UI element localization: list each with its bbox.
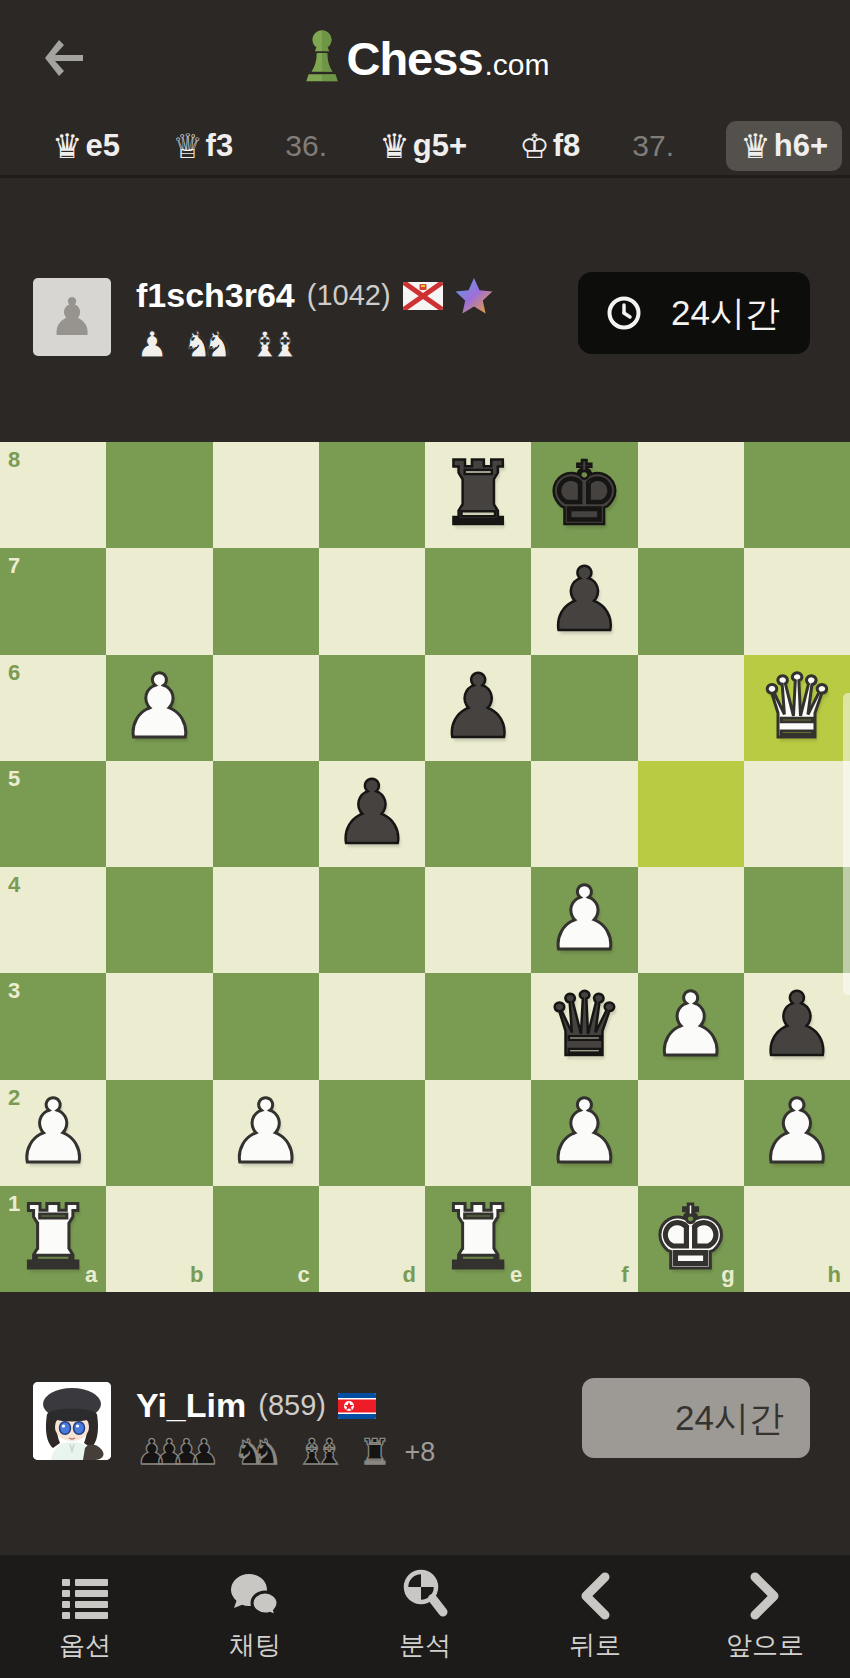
opponent-time-remaining: 24시간 — [671, 290, 780, 337]
chevron-right-icon — [748, 1570, 782, 1620]
premium-star-icon — [455, 277, 493, 315]
chat-bubbles-icon — [229, 1570, 281, 1620]
square-c6[interactable] — [213, 655, 319, 761]
piece-black-pawn[interactable]: ♟ — [425, 655, 531, 759]
black-piece-icon: ♕ — [172, 126, 202, 166]
captured-knight-x2: ♞♞ — [182, 324, 235, 366]
rank-label-4: 4 — [8, 872, 20, 898]
nav-forward-button[interactable]: 앞으로 — [680, 1555, 850, 1678]
move-list-bar: ♛e5♕f336.♛g5+♔f837.♛h6+ — [0, 116, 850, 178]
square-g6[interactable] — [638, 655, 744, 761]
square-h5[interactable] — [744, 761, 850, 867]
square-e1[interactable]: e♜ — [425, 1186, 531, 1292]
move-san: e5 — [85, 128, 119, 164]
captured-pawn-x1: ♟ — [136, 324, 168, 366]
rank-label-1: 1 — [8, 1191, 20, 1217]
square-g2[interactable] — [638, 1080, 744, 1186]
square-c8[interactable] — [213, 442, 319, 548]
logo-text-chess: Chess — [346, 31, 482, 86]
nav-options-button[interactable]: 옵션 — [0, 1555, 170, 1678]
pawn-avatar-icon: ♟ — [49, 278, 96, 356]
opponent-avatar[interactable]: ♟ — [33, 278, 111, 356]
jersey-flag-icon — [403, 282, 443, 310]
square-h8[interactable] — [744, 442, 850, 548]
square-a5[interactable]: 5 — [0, 761, 106, 867]
nav-analysis-button[interactable]: 분석 — [340, 1555, 510, 1678]
piece-white-pawn[interactable]: ♟ — [213, 1080, 319, 1184]
square-b5[interactable] — [106, 761, 212, 867]
square-c5[interactable] — [213, 761, 319, 867]
square-b1[interactable]: b — [106, 1186, 212, 1292]
square-d6[interactable] — [319, 655, 425, 761]
move-g5check[interactable]: ♛g5+ — [379, 126, 467, 166]
rank-label-5: 5 — [8, 766, 20, 792]
opponent-captured-pieces: ♟♞♞♝♝ — [136, 324, 301, 366]
chess-board: 8♜♚7♟6♟♟♛5♟4♟3♛♟♟2♟♟♟♟1a♜bcde♜fg♚h — [0, 442, 850, 1292]
bottom-navigation: 옵션 채팅 분석 뒤로 — [0, 1555, 850, 1678]
piece-white-pawn[interactable]: ♟ — [638, 973, 744, 1077]
square-a4[interactable]: 4 — [0, 867, 106, 973]
file-label-b: b — [190, 1262, 203, 1288]
clock-icon — [606, 295, 642, 331]
captured-pawn-x4: ♟♟♟♟ — [136, 1432, 220, 1472]
square-e5[interactable] — [425, 761, 531, 867]
square-d8[interactable] — [319, 442, 425, 548]
white-piece-icon: ♛ — [52, 126, 82, 166]
square-b2[interactable] — [106, 1080, 212, 1186]
opponent-rating: (1042) — [307, 279, 391, 312]
square-f4[interactable]: ♟ — [531, 867, 637, 973]
square-f2[interactable]: ♟ — [531, 1080, 637, 1186]
square-h4[interactable] — [744, 867, 850, 973]
player-rating: (859) — [258, 1389, 326, 1422]
square-c1[interactable]: c — [213, 1186, 319, 1292]
piece-black-pawn[interactable]: ♟ — [744, 973, 850, 1077]
white-piece-icon: ♛ — [379, 126, 409, 166]
square-c7[interactable] — [213, 548, 319, 654]
square-a8[interactable]: 8 — [0, 442, 106, 548]
black-piece-icon: ♔ — [519, 126, 549, 166]
piece-black-pawn[interactable]: ♟ — [531, 548, 637, 652]
nav-analysis-label: 분석 — [399, 1628, 451, 1663]
opponent-timer: 24시간 — [578, 272, 810, 354]
analysis-magnifier-icon — [400, 1570, 450, 1620]
square-f7[interactable]: ♟ — [531, 548, 637, 654]
square-d4[interactable] — [319, 867, 425, 973]
move-e5[interactable]: ♛e5 — [52, 126, 120, 166]
captured-knight-x2: ♞♞ — [234, 1432, 283, 1472]
piece-white-queen[interactable]: ♛ — [744, 655, 850, 759]
piece-white-pawn[interactable]: ♟ — [531, 1080, 637, 1184]
move-san: f8 — [553, 128, 581, 164]
file-label-a: a — [85, 1262, 97, 1288]
square-b7[interactable] — [106, 548, 212, 654]
app-header: Chess .com — [0, 0, 850, 116]
piece-black-pawn[interactable]: ♟ — [319, 761, 425, 865]
scrollbar-thumb[interactable] — [843, 693, 850, 995]
square-a6[interactable]: 6 — [0, 655, 106, 761]
rank-label-8: 8 — [8, 447, 20, 473]
square-a7[interactable]: 7 — [0, 548, 106, 654]
square-h3[interactable]: ♟ — [744, 973, 850, 1079]
chevron-left-icon — [578, 1570, 612, 1620]
square-a3[interactable]: 3 — [0, 973, 106, 1079]
square-g1[interactable]: g♚ — [638, 1186, 744, 1292]
move-f3[interactable]: ♕f3 — [172, 126, 233, 166]
move-san: f3 — [206, 128, 234, 164]
square-g3[interactable]: ♟ — [638, 973, 744, 1079]
opponent-player-block: ♟ f1sch3r64 (1042) ♟♞♞♝♝ — [0, 240, 850, 420]
captured-bishop-x2: ♝♝ — [249, 324, 302, 366]
square-h7[interactable] — [744, 548, 850, 654]
square-a1[interactable]: 1a♜ — [0, 1186, 106, 1292]
square-e2[interactable] — [425, 1080, 531, 1186]
piece-black-rook[interactable]: ♜ — [425, 442, 531, 546]
file-label-h: h — [828, 1262, 841, 1288]
square-g8[interactable] — [638, 442, 744, 548]
square-f3[interactable]: ♛ — [531, 973, 637, 1079]
square-h2[interactable]: ♟ — [744, 1080, 850, 1186]
square-a2[interactable]: 2♟ — [0, 1080, 106, 1186]
piece-white-pawn[interactable]: ♟ — [531, 867, 637, 971]
square-g7[interactable] — [638, 548, 744, 654]
move-san: g5+ — [413, 128, 467, 164]
player-captured-pieces: ♟♟♟♟♞♞♝♝♜+8 — [136, 1432, 435, 1472]
file-label-g: g — [721, 1262, 734, 1288]
nav-back-label: 뒤로 — [569, 1628, 621, 1663]
player-time-remaining: 24시간 — [675, 1395, 784, 1442]
move-number: 36. — [285, 129, 327, 163]
player-avatar[interactable] — [33, 1382, 111, 1460]
nav-back-button[interactable]: 뒤로 — [510, 1555, 680, 1678]
piece-black-queen[interactable]: ♛ — [531, 973, 637, 1077]
square-b6[interactable]: ♟ — [106, 655, 212, 761]
nav-chat-button[interactable]: 채팅 — [170, 1555, 340, 1678]
square-f5[interactable] — [531, 761, 637, 867]
move-f8[interactable]: ♔f8 — [519, 126, 580, 166]
square-g5[interactable] — [638, 761, 744, 867]
square-e3[interactable] — [425, 973, 531, 1079]
nav-forward-label: 앞으로 — [726, 1628, 804, 1663]
move-san: h6+ — [774, 128, 828, 164]
move-h6check[interactable]: ♛h6+ — [726, 121, 842, 171]
opponent-username[interactable]: f1sch3r64 — [136, 276, 295, 315]
file-label-c: c — [298, 1262, 310, 1288]
logo-text-domain: .com — [485, 48, 550, 82]
square-f8[interactable]: ♚ — [531, 442, 637, 548]
material-advantage: +8 — [404, 1437, 435, 1472]
square-d2[interactable] — [319, 1080, 425, 1186]
north-korea-flag-icon — [338, 1393, 376, 1419]
square-d5[interactable]: ♟ — [319, 761, 425, 867]
nav-chat-label: 채팅 — [229, 1628, 281, 1663]
square-e6[interactable]: ♟ — [425, 655, 531, 761]
pawn-logo-icon — [300, 26, 344, 84]
rank-label-2: 2 — [8, 1085, 20, 1111]
rank-label-7: 7 — [8, 553, 20, 579]
square-d7[interactable] — [319, 548, 425, 654]
square-c3[interactable] — [213, 973, 319, 1079]
square-c2[interactable]: ♟ — [213, 1080, 319, 1186]
piece-white-pawn[interactable]: ♟ — [106, 655, 212, 759]
piece-black-king[interactable]: ♚ — [531, 442, 637, 546]
white-piece-icon: ♛ — [740, 126, 770, 166]
square-h1[interactable]: h — [744, 1186, 850, 1292]
rank-label-3: 3 — [8, 978, 20, 1004]
square-g4[interactable] — [638, 867, 744, 973]
file-label-f: f — [621, 1262, 628, 1288]
rank-label-6: 6 — [8, 660, 20, 686]
square-b4[interactable] — [106, 867, 212, 973]
square-d3[interactable] — [319, 973, 425, 1079]
chesscom-logo: Chess .com — [0, 0, 850, 116]
captured-bishop-x2: ♝♝ — [296, 1432, 345, 1472]
square-b8[interactable] — [106, 442, 212, 548]
nav-options-label: 옵션 — [59, 1628, 111, 1663]
move-number: 37. — [632, 129, 674, 163]
square-d1[interactable]: d — [319, 1186, 425, 1292]
square-c4[interactable] — [213, 867, 319, 973]
square-e8[interactable]: ♜ — [425, 442, 531, 548]
square-f1[interactable]: f — [531, 1186, 637, 1292]
file-label-e: e — [510, 1262, 522, 1288]
player-timer: 24시간 — [582, 1378, 810, 1458]
square-e4[interactable] — [425, 867, 531, 973]
player-block: Yi_Lim (859) ♟♟♟♟♞♞♝♝♜+8 24시간 — [0, 1372, 850, 1552]
square-f6[interactable] — [531, 655, 637, 761]
piece-white-pawn[interactable]: ♟ — [744, 1080, 850, 1184]
square-b3[interactable] — [106, 973, 212, 1079]
square-e7[interactable] — [425, 548, 531, 654]
player-username[interactable]: Yi_Lim — [136, 1386, 246, 1425]
anime-avatar-image — [33, 1382, 111, 1460]
file-label-d: d — [403, 1262, 416, 1288]
square-h6[interactable]: ♛ — [744, 655, 850, 761]
captured-rook-x1: ♜ — [359, 1432, 390, 1472]
options-list-icon — [62, 1570, 108, 1620]
